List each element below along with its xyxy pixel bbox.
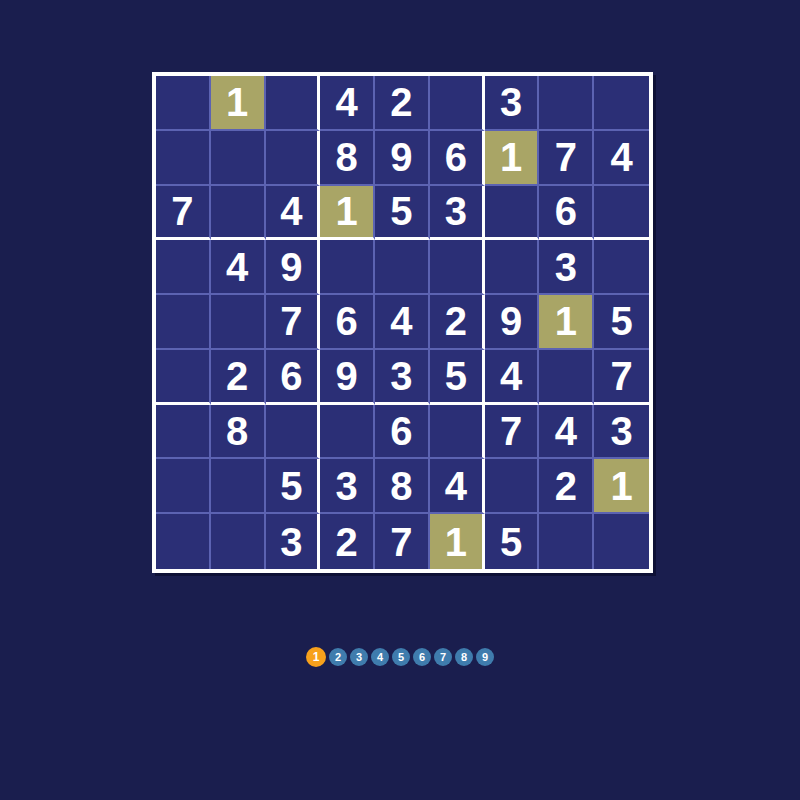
cell-r7c3[interactable]	[266, 405, 321, 460]
cell-r9c7[interactable]: 5	[485, 514, 540, 569]
cell-r6c2[interactable]: 2	[211, 350, 266, 405]
cell-r4c1[interactable]	[156, 240, 211, 295]
cell-r3c1[interactable]: 7	[156, 186, 211, 241]
digit-palette: 123456789	[306, 645, 494, 669]
cell-r5c4[interactable]: 6	[320, 295, 375, 350]
cell-r5c7[interactable]: 9	[485, 295, 540, 350]
digit-button-5[interactable]: 5	[392, 648, 410, 666]
cell-r1c4[interactable]: 4	[320, 76, 375, 131]
cell-r4c9[interactable]	[594, 240, 649, 295]
cell-r8c7[interactable]	[485, 459, 540, 514]
cell-r8c4[interactable]: 3	[320, 459, 375, 514]
cell-r7c9[interactable]: 3	[594, 405, 649, 460]
cell-r6c3[interactable]: 6	[266, 350, 321, 405]
cell-r6c1[interactable]	[156, 350, 211, 405]
cell-r1c5[interactable]: 2	[375, 76, 430, 131]
cell-r3c6[interactable]: 3	[430, 186, 485, 241]
cell-r3c4[interactable]: 1	[320, 186, 375, 241]
cell-r1c2[interactable]: 1	[211, 76, 266, 131]
cell-r1c9[interactable]	[594, 76, 649, 131]
cell-r8c8[interactable]: 2	[539, 459, 594, 514]
sudoku-board: 1423896174741536493764291526935478674353…	[152, 72, 653, 573]
cell-r1c3[interactable]	[266, 76, 321, 131]
cell-r3c9[interactable]	[594, 186, 649, 241]
digit-button-2[interactable]: 2	[329, 648, 347, 666]
cell-r6c7[interactable]: 4	[485, 350, 540, 405]
digit-button-3[interactable]: 3	[350, 648, 368, 666]
cell-r9c6[interactable]: 1	[430, 514, 485, 569]
cell-r5c3[interactable]: 7	[266, 295, 321, 350]
cell-r4c2[interactable]: 4	[211, 240, 266, 295]
cell-r6c6[interactable]: 5	[430, 350, 485, 405]
cell-r2c1[interactable]	[156, 131, 211, 186]
cell-r7c6[interactable]	[430, 405, 485, 460]
cell-r4c3[interactable]: 9	[266, 240, 321, 295]
cell-r2c8[interactable]: 7	[539, 131, 594, 186]
cell-r9c1[interactable]	[156, 514, 211, 569]
cell-r4c7[interactable]	[485, 240, 540, 295]
cell-r2c2[interactable]	[211, 131, 266, 186]
cell-r1c7[interactable]: 3	[485, 76, 540, 131]
cell-r5c2[interactable]	[211, 295, 266, 350]
cell-r2c6[interactable]: 6	[430, 131, 485, 186]
cell-r8c3[interactable]: 5	[266, 459, 321, 514]
cell-r7c5[interactable]: 6	[375, 405, 430, 460]
cell-r3c2[interactable]	[211, 186, 266, 241]
cell-r5c9[interactable]: 5	[594, 295, 649, 350]
cell-r9c2[interactable]	[211, 514, 266, 569]
cell-r9c8[interactable]	[539, 514, 594, 569]
cell-r5c1[interactable]	[156, 295, 211, 350]
cell-r4c4[interactable]	[320, 240, 375, 295]
cell-r7c7[interactable]: 7	[485, 405, 540, 460]
digit-button-7[interactable]: 7	[434, 648, 452, 666]
cell-r8c2[interactable]	[211, 459, 266, 514]
cell-r9c3[interactable]: 3	[266, 514, 321, 569]
cell-r6c8[interactable]	[539, 350, 594, 405]
cell-r2c7[interactable]: 1	[485, 131, 540, 186]
cell-r6c5[interactable]: 3	[375, 350, 430, 405]
cell-r9c9[interactable]	[594, 514, 649, 569]
cell-r6c9[interactable]: 7	[594, 350, 649, 405]
digit-button-4[interactable]: 4	[371, 648, 389, 666]
cell-r5c8[interactable]: 1	[539, 295, 594, 350]
cell-r3c3[interactable]: 4	[266, 186, 321, 241]
cell-r1c1[interactable]	[156, 76, 211, 131]
cell-r1c8[interactable]	[539, 76, 594, 131]
cell-r4c5[interactable]	[375, 240, 430, 295]
cell-r8c1[interactable]	[156, 459, 211, 514]
cell-r8c6[interactable]: 4	[430, 459, 485, 514]
cell-r3c7[interactable]	[485, 186, 540, 241]
digit-button-1[interactable]: 1	[306, 647, 326, 667]
cell-r7c8[interactable]: 4	[539, 405, 594, 460]
cell-r6c4[interactable]: 9	[320, 350, 375, 405]
cell-r5c5[interactable]: 4	[375, 295, 430, 350]
cell-r8c5[interactable]: 8	[375, 459, 430, 514]
cell-r3c8[interactable]: 6	[539, 186, 594, 241]
cell-r2c9[interactable]: 4	[594, 131, 649, 186]
cell-r2c4[interactable]: 8	[320, 131, 375, 186]
cell-r4c8[interactable]: 3	[539, 240, 594, 295]
cell-r5c6[interactable]: 2	[430, 295, 485, 350]
cell-r2c3[interactable]	[266, 131, 321, 186]
cell-r1c6[interactable]	[430, 76, 485, 131]
cell-r7c2[interactable]: 8	[211, 405, 266, 460]
digit-button-9[interactable]: 9	[476, 648, 494, 666]
cell-r3c5[interactable]: 5	[375, 186, 430, 241]
cell-r9c4[interactable]: 2	[320, 514, 375, 569]
cell-r9c5[interactable]: 7	[375, 514, 430, 569]
cell-r2c5[interactable]: 9	[375, 131, 430, 186]
digit-button-8[interactable]: 8	[455, 648, 473, 666]
sudoku-app: 1423896174741536493764291526935478674353…	[0, 0, 800, 800]
cell-r7c1[interactable]	[156, 405, 211, 460]
cell-r4c6[interactable]	[430, 240, 485, 295]
cell-r8c9[interactable]: 1	[594, 459, 649, 514]
digit-button-6[interactable]: 6	[413, 648, 431, 666]
cell-r7c4[interactable]	[320, 405, 375, 460]
